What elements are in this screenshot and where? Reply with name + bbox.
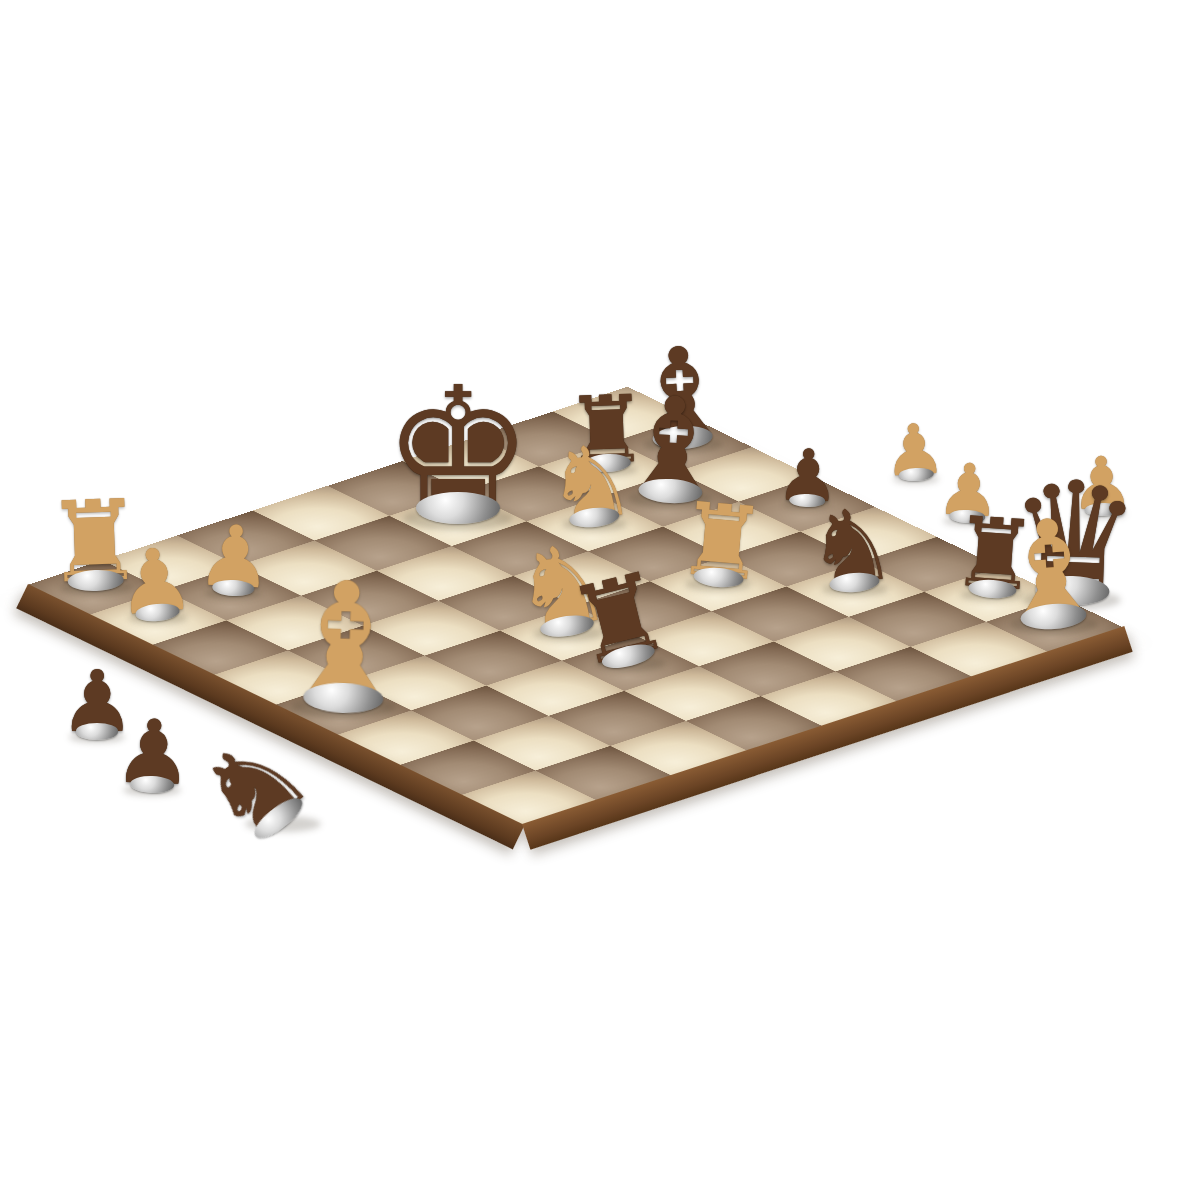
metal-base [416, 492, 499, 524]
scene: ♚♜♝♝♟♞♜♜♜♟♟♝♞♞♜♝♟♟♞♛♟♟♟ [0, 0, 1200, 1181]
